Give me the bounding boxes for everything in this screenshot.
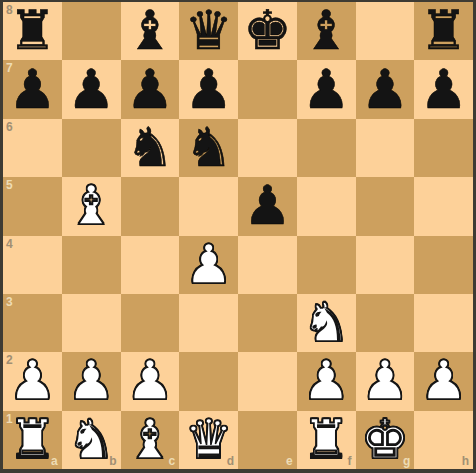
square-b2[interactable]: ♟ (62, 352, 121, 410)
piece-white-pawn-icon[interactable]: ♟ (184, 238, 232, 292)
square-d7[interactable]: ♟ (179, 60, 238, 118)
piece-white-king-icon[interactable]: ♚ (361, 413, 409, 467)
square-f6[interactable] (297, 119, 356, 177)
piece-black-pawn-icon[interactable]: ♟ (126, 63, 174, 117)
square-e8[interactable]: ♚ (238, 2, 297, 60)
piece-white-queen-icon[interactable]: ♛ (184, 413, 232, 467)
piece-white-pawn-icon[interactable]: ♟ (419, 354, 467, 408)
piece-black-queen-icon[interactable]: ♛ (184, 4, 232, 58)
square-g4[interactable] (356, 236, 415, 294)
square-h4[interactable] (414, 236, 473, 294)
chess-board-frame: 8♜♝♛♚♝♜7♟♟♟♟♟♟♟6♞♞5♝♟4♟3♞2♟♟♟♟♟♟1a♜b♞c♝d… (0, 0, 476, 473)
square-e5[interactable]: ♟ (238, 177, 297, 235)
file-label-g: g (403, 455, 410, 467)
piece-black-knight-icon[interactable]: ♞ (126, 121, 174, 175)
square-e7[interactable] (238, 60, 297, 118)
square-h3[interactable] (414, 294, 473, 352)
square-e2[interactable] (238, 352, 297, 410)
piece-white-knight-icon[interactable]: ♞ (302, 296, 350, 350)
piece-white-pawn-icon[interactable]: ♟ (8, 354, 56, 408)
square-h7[interactable]: ♟ (414, 60, 473, 118)
square-h5[interactable] (414, 177, 473, 235)
square-a5[interactable]: 5 (3, 177, 62, 235)
square-a7[interactable]: 7♟ (3, 60, 62, 118)
square-b5[interactable]: ♝ (62, 177, 121, 235)
square-a2[interactable]: 2♟ (3, 352, 62, 410)
rank-label-2: 2 (6, 354, 13, 366)
rank-label-4: 4 (6, 238, 13, 250)
square-g8[interactable] (356, 2, 415, 60)
square-g2[interactable]: ♟ (356, 352, 415, 410)
square-d5[interactable] (179, 177, 238, 235)
piece-black-king-icon[interactable]: ♚ (243, 4, 291, 58)
square-g3[interactable] (356, 294, 415, 352)
piece-black-rook-icon[interactable]: ♜ (419, 4, 467, 58)
piece-white-rook-icon[interactable]: ♜ (302, 413, 350, 467)
square-a1[interactable]: 1a♜ (3, 411, 62, 469)
square-f1[interactable]: f♜ (297, 411, 356, 469)
piece-white-knight-icon[interactable]: ♞ (67, 413, 115, 467)
piece-white-bishop-icon[interactable]: ♝ (67, 179, 115, 233)
square-d8[interactable]: ♛ (179, 2, 238, 60)
piece-black-pawn-icon[interactable]: ♟ (184, 63, 232, 117)
file-label-f: f (348, 455, 352, 467)
square-d6[interactable]: ♞ (179, 119, 238, 177)
rank-label-5: 5 (6, 179, 13, 191)
square-a3[interactable]: 3 (3, 294, 62, 352)
square-f4[interactable] (297, 236, 356, 294)
square-b7[interactable]: ♟ (62, 60, 121, 118)
piece-black-bishop-icon[interactable]: ♝ (302, 4, 350, 58)
square-a6[interactable]: 6 (3, 119, 62, 177)
square-c3[interactable] (121, 294, 180, 352)
square-b1[interactable]: b♞ (62, 411, 121, 469)
square-e3[interactable] (238, 294, 297, 352)
piece-white-pawn-icon[interactable]: ♟ (361, 354, 409, 408)
file-label-a: a (51, 455, 58, 467)
file-label-d: d (227, 455, 234, 467)
square-e6[interactable] (238, 119, 297, 177)
square-g1[interactable]: g♚ (356, 411, 415, 469)
piece-black-pawn-icon[interactable]: ♟ (8, 63, 56, 117)
square-b8[interactable] (62, 2, 121, 60)
square-d3[interactable] (179, 294, 238, 352)
file-label-c: c (169, 455, 176, 467)
rank-label-3: 3 (6, 296, 13, 308)
square-f8[interactable]: ♝ (297, 2, 356, 60)
piece-black-rook-icon[interactable]: ♜ (8, 4, 56, 58)
square-g5[interactable] (356, 177, 415, 235)
square-f5[interactable] (297, 177, 356, 235)
square-f3[interactable]: ♞ (297, 294, 356, 352)
square-a4[interactable]: 4 (3, 236, 62, 294)
square-c1[interactable]: c♝ (121, 411, 180, 469)
square-g6[interactable] (356, 119, 415, 177)
square-e4[interactable] (238, 236, 297, 294)
piece-black-pawn-icon[interactable]: ♟ (302, 63, 350, 117)
square-c6[interactable]: ♞ (121, 119, 180, 177)
square-g7[interactable]: ♟ (356, 60, 415, 118)
piece-white-pawn-icon[interactable]: ♟ (302, 354, 350, 408)
square-e1[interactable]: e (238, 411, 297, 469)
square-h1[interactable]: h (414, 411, 473, 469)
rank-label-7: 7 (6, 62, 13, 74)
piece-white-pawn-icon[interactable]: ♟ (67, 354, 115, 408)
file-label-h: h (462, 455, 469, 467)
square-c2[interactable]: ♟ (121, 352, 180, 410)
square-c4[interactable] (121, 236, 180, 294)
square-d1[interactable]: d♛ (179, 411, 238, 469)
piece-white-rook-icon[interactable]: ♜ (8, 413, 56, 467)
rank-label-1: 1 (6, 413, 13, 425)
square-b6[interactable] (62, 119, 121, 177)
file-label-e: e (286, 455, 293, 467)
piece-white-bishop-icon[interactable]: ♝ (126, 413, 174, 467)
square-b3[interactable] (62, 294, 121, 352)
square-h6[interactable] (414, 119, 473, 177)
square-f7[interactable]: ♟ (297, 60, 356, 118)
piece-black-bishop-icon[interactable]: ♝ (126, 4, 174, 58)
square-c7[interactable]: ♟ (121, 60, 180, 118)
piece-black-pawn-icon[interactable]: ♟ (419, 63, 467, 117)
square-c8[interactable]: ♝ (121, 2, 180, 60)
square-c5[interactable] (121, 177, 180, 235)
piece-black-pawn-icon[interactable]: ♟ (67, 63, 115, 117)
square-f2[interactable]: ♟ (297, 352, 356, 410)
square-h8[interactable]: ♜ (414, 2, 473, 60)
square-d2[interactable] (179, 352, 238, 410)
piece-black-pawn-icon[interactable]: ♟ (361, 63, 409, 117)
piece-black-knight-icon[interactable]: ♞ (184, 121, 232, 175)
rank-label-6: 6 (6, 121, 13, 133)
square-h2[interactable]: ♟ (414, 352, 473, 410)
piece-black-pawn-icon[interactable]: ♟ (243, 179, 291, 233)
square-a8[interactable]: 8♜ (3, 2, 62, 60)
piece-white-pawn-icon[interactable]: ♟ (126, 354, 174, 408)
chess-board: 8♜♝♛♚♝♜7♟♟♟♟♟♟♟6♞♞5♝♟4♟3♞2♟♟♟♟♟♟1a♜b♞c♝d… (3, 2, 473, 469)
file-label-b: b (109, 455, 116, 467)
rank-label-8: 8 (6, 4, 13, 16)
square-d4[interactable]: ♟ (179, 236, 238, 294)
square-b4[interactable] (62, 236, 121, 294)
